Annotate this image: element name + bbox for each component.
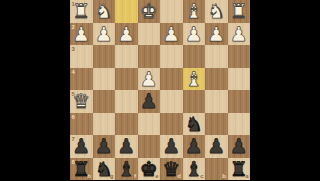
piece-white-rook-h1[interactable]: ♜ — [70, 0, 93, 23]
square-b3[interactable] — [205, 45, 228, 68]
square-g3[interactable] — [93, 45, 116, 68]
square-e4[interactable]: ♟ — [138, 68, 161, 91]
piece-white-king-e1[interactable]: ♚ — [138, 0, 161, 23]
square-f1[interactable] — [115, 0, 138, 23]
square-a1[interactable]: ♜ — [228, 0, 251, 23]
square-c8[interactable]: c♝ — [183, 158, 206, 181]
piece-black-pawn-e5[interactable]: ♟ — [138, 90, 161, 113]
piece-black-rook-a8[interactable]: ♜ — [228, 158, 251, 181]
square-c7[interactable]: ♟ — [183, 135, 206, 158]
letterbox-left — [0, 0, 70, 180]
piece-black-queen-d8[interactable]: ♛ — [160, 158, 183, 181]
square-h8[interactable]: 8h♜ — [70, 158, 93, 181]
square-d3[interactable] — [160, 45, 183, 68]
square-g2[interactable]: ♟ — [93, 23, 116, 46]
square-e8[interactable]: e♚ — [138, 158, 161, 181]
letterbox-right — [250, 0, 320, 180]
square-e6[interactable] — [138, 113, 161, 136]
square-a6[interactable] — [228, 113, 251, 136]
square-a4[interactable] — [228, 68, 251, 91]
chess-app-viewport: 1♜♞♚♝♞♜2♟♟♟♟♟♟♟34♟♝5♛♟6♞7♟♟♟♟♟♟♟8h♜g♞f♝e… — [0, 0, 320, 180]
square-d7[interactable]: ♟ — [160, 135, 183, 158]
piece-black-pawn-b7[interactable]: ♟ — [205, 135, 228, 158]
square-a3[interactable] — [228, 45, 251, 68]
piece-white-pawn-d2[interactable]: ♟ — [160, 23, 183, 46]
piece-black-rook-h8[interactable]: ♜ — [70, 158, 93, 181]
rank-label-4: 4 — [72, 69, 75, 75]
piece-black-pawn-g7[interactable]: ♟ — [93, 135, 116, 158]
square-h2[interactable]: 2♟ — [70, 23, 93, 46]
piece-white-rook-a1[interactable]: ♜ — [228, 0, 251, 23]
square-h7[interactable]: 7♟ — [70, 135, 93, 158]
square-e3[interactable] — [138, 45, 161, 68]
piece-black-pawn-a7[interactable]: ♟ — [228, 135, 251, 158]
piece-black-bishop-f8[interactable]: ♝ — [115, 158, 138, 181]
square-b2[interactable]: ♟ — [205, 23, 228, 46]
piece-black-knight-g8[interactable]: ♞ — [93, 158, 116, 181]
piece-white-knight-g1[interactable]: ♞ — [93, 0, 116, 23]
square-f8[interactable]: f♝ — [115, 158, 138, 181]
piece-white-bishop-c4[interactable]: ♝ — [183, 68, 206, 91]
square-a8[interactable]: a♜ — [228, 158, 251, 181]
square-g7[interactable]: ♟ — [93, 135, 116, 158]
square-f6[interactable] — [115, 113, 138, 136]
piece-black-bishop-c8[interactable]: ♝ — [183, 158, 206, 181]
square-d4[interactable] — [160, 68, 183, 91]
square-d2[interactable]: ♟ — [160, 23, 183, 46]
piece-black-pawn-c7[interactable]: ♟ — [183, 135, 206, 158]
file-label-b: b — [222, 173, 226, 179]
square-c3[interactable] — [183, 45, 206, 68]
square-c1[interactable]: ♝ — [183, 0, 206, 23]
square-f5[interactable] — [115, 90, 138, 113]
square-b8[interactable]: b — [205, 158, 228, 181]
piece-white-bishop-c1[interactable]: ♝ — [183, 0, 206, 23]
square-c4[interactable]: ♝ — [183, 68, 206, 91]
square-g8[interactable]: g♞ — [93, 158, 116, 181]
square-b5[interactable] — [205, 90, 228, 113]
square-h3[interactable]: 3 — [70, 45, 93, 68]
square-h6[interactable]: 6 — [70, 113, 93, 136]
square-f7[interactable]: ♟ — [115, 135, 138, 158]
square-g1[interactable]: ♞ — [93, 0, 116, 23]
square-b7[interactable]: ♟ — [205, 135, 228, 158]
square-b6[interactable] — [205, 113, 228, 136]
piece-white-pawn-h2[interactable]: ♟ — [70, 23, 93, 46]
square-d1[interactable] — [160, 0, 183, 23]
chess-board: 1♜♞♚♝♞♜2♟♟♟♟♟♟♟34♟♝5♛♟6♞7♟♟♟♟♟♟♟8h♜g♞f♝e… — [70, 0, 250, 180]
square-e1[interactable]: ♚ — [138, 0, 161, 23]
square-e5[interactable]: ♟ — [138, 90, 161, 113]
square-c2[interactable]: ♟ — [183, 23, 206, 46]
square-a7[interactable]: ♟ — [228, 135, 251, 158]
square-f2[interactable]: ♟ — [115, 23, 138, 46]
square-h4[interactable]: 4 — [70, 68, 93, 91]
square-b4[interactable] — [205, 68, 228, 91]
square-h1[interactable]: 1♜ — [70, 0, 93, 23]
square-d8[interactable]: d♛ — [160, 158, 183, 181]
square-f4[interactable] — [115, 68, 138, 91]
square-c6[interactable]: ♞ — [183, 113, 206, 136]
piece-black-pawn-f7[interactable]: ♟ — [115, 135, 138, 158]
piece-black-pawn-d7[interactable]: ♟ — [160, 135, 183, 158]
rank-label-3: 3 — [72, 46, 75, 52]
square-g4[interactable] — [93, 68, 116, 91]
piece-white-queen-h5[interactable]: ♛ — [70, 90, 93, 113]
piece-white-pawn-a2[interactable]: ♟ — [228, 23, 251, 46]
square-g6[interactable] — [93, 113, 116, 136]
rank-label-6: 6 — [72, 114, 75, 120]
square-d5[interactable] — [160, 90, 183, 113]
square-c5[interactable] — [183, 90, 206, 113]
piece-white-knight-b1[interactable]: ♞ — [205, 0, 228, 23]
piece-white-pawn-e4[interactable]: ♟ — [138, 68, 161, 91]
piece-white-pawn-g2[interactable]: ♟ — [93, 23, 116, 46]
square-h5[interactable]: 5♛ — [70, 90, 93, 113]
square-g5[interactable] — [93, 90, 116, 113]
piece-white-pawn-c2[interactable]: ♟ — [183, 23, 206, 46]
square-e7[interactable] — [138, 135, 161, 158]
square-d6[interactable] — [160, 113, 183, 136]
square-e2[interactable] — [138, 23, 161, 46]
piece-black-king-e8[interactable]: ♚ — [138, 158, 161, 181]
square-f3[interactable] — [115, 45, 138, 68]
square-a5[interactable] — [228, 90, 251, 113]
piece-black-knight-c6[interactable]: ♞ — [183, 113, 206, 136]
piece-black-pawn-h7[interactable]: ♟ — [70, 135, 93, 158]
piece-white-pawn-b2[interactable]: ♟ — [205, 23, 228, 46]
square-b1[interactable]: ♞ — [205, 0, 228, 23]
piece-white-pawn-f2[interactable]: ♟ — [115, 23, 138, 46]
square-a2[interactable]: ♟ — [228, 23, 251, 46]
